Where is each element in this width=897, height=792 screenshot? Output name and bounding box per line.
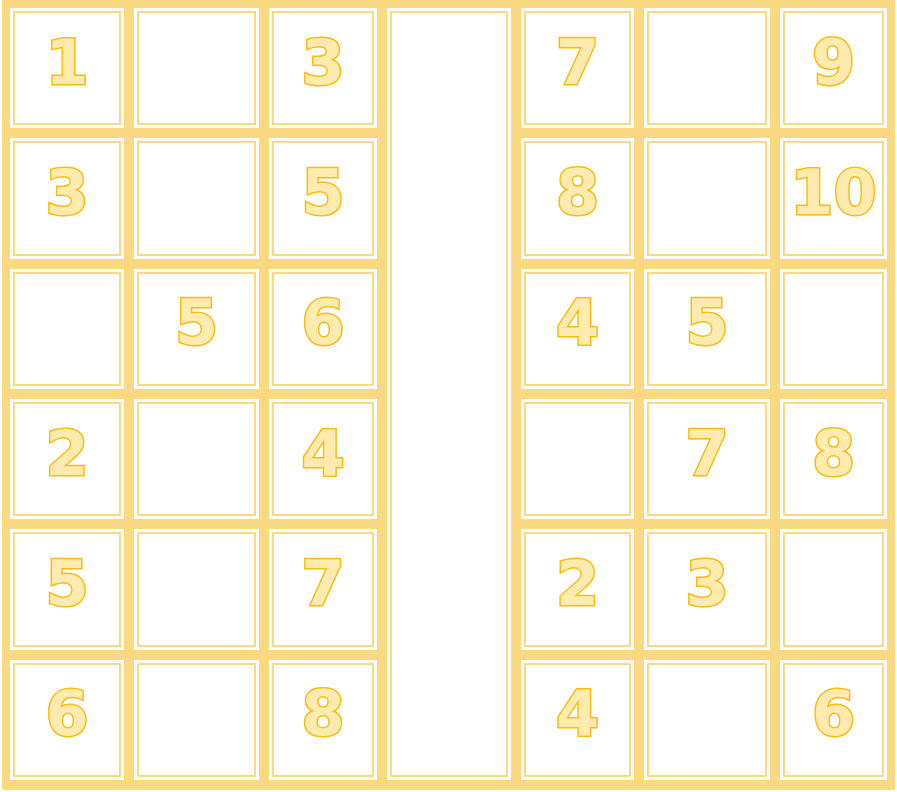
cell-right-r5c3[interactable] xyxy=(780,529,887,649)
cell-right-r2c3: 10 xyxy=(780,138,887,258)
cell-right-r1c2[interactable] xyxy=(644,8,770,128)
cell-left-r6c2[interactable] xyxy=(134,660,259,780)
cell-right-r3c3[interactable] xyxy=(780,269,887,389)
cell-left-r2c3: 5 xyxy=(269,138,377,258)
cell-left-r1c3: 3 xyxy=(269,8,377,128)
cell-left-r4c2[interactable] xyxy=(134,399,259,519)
cell-left-r4c1: 2 xyxy=(10,399,124,519)
divider-column xyxy=(387,8,511,780)
cell-right-r3c1: 4 xyxy=(521,269,634,389)
cell-left-r3c2: 5 xyxy=(134,269,259,389)
cell-right-r2c2[interactable] xyxy=(644,138,770,258)
cell-left-r1c2[interactable] xyxy=(134,8,259,128)
cell-left-r2c1: 3 xyxy=(10,138,124,258)
cell-right-r2c1: 8 xyxy=(521,138,634,258)
cell-left-r5c2[interactable] xyxy=(134,529,259,649)
cell-left-r3c3: 6 xyxy=(269,269,377,389)
cell-right-r1c1: 7 xyxy=(521,8,634,128)
cell-left-r6c1: 6 xyxy=(10,660,124,780)
cell-right-r5c2: 3 xyxy=(644,529,770,649)
cell-right-r6c3: 6 xyxy=(780,660,887,780)
cell-right-r4c2: 7 xyxy=(644,399,770,519)
cell-right-r6c2[interactable] xyxy=(644,660,770,780)
cell-right-r4c3: 8 xyxy=(780,399,887,519)
cell-left-r1c1: 1 xyxy=(10,8,124,128)
cell-right-r4c1[interactable] xyxy=(521,399,634,519)
cell-right-r1c3: 9 xyxy=(780,8,887,128)
puzzle-board: 1 3 7 9 3 5 8 10 5 6 4 5 2 4 7 8 5 7 2 3… xyxy=(2,0,895,790)
cell-left-r3c1[interactable] xyxy=(10,269,124,389)
cell-right-r5c1: 2 xyxy=(521,529,634,649)
cell-left-r4c3: 4 xyxy=(269,399,377,519)
cell-left-r2c2[interactable] xyxy=(134,138,259,258)
cell-left-r6c3: 8 xyxy=(269,660,377,780)
cell-left-r5c3: 7 xyxy=(269,529,377,649)
cell-left-r5c1: 5 xyxy=(10,529,124,649)
cell-right-r3c2: 5 xyxy=(644,269,770,389)
cell-right-r6c1: 4 xyxy=(521,660,634,780)
